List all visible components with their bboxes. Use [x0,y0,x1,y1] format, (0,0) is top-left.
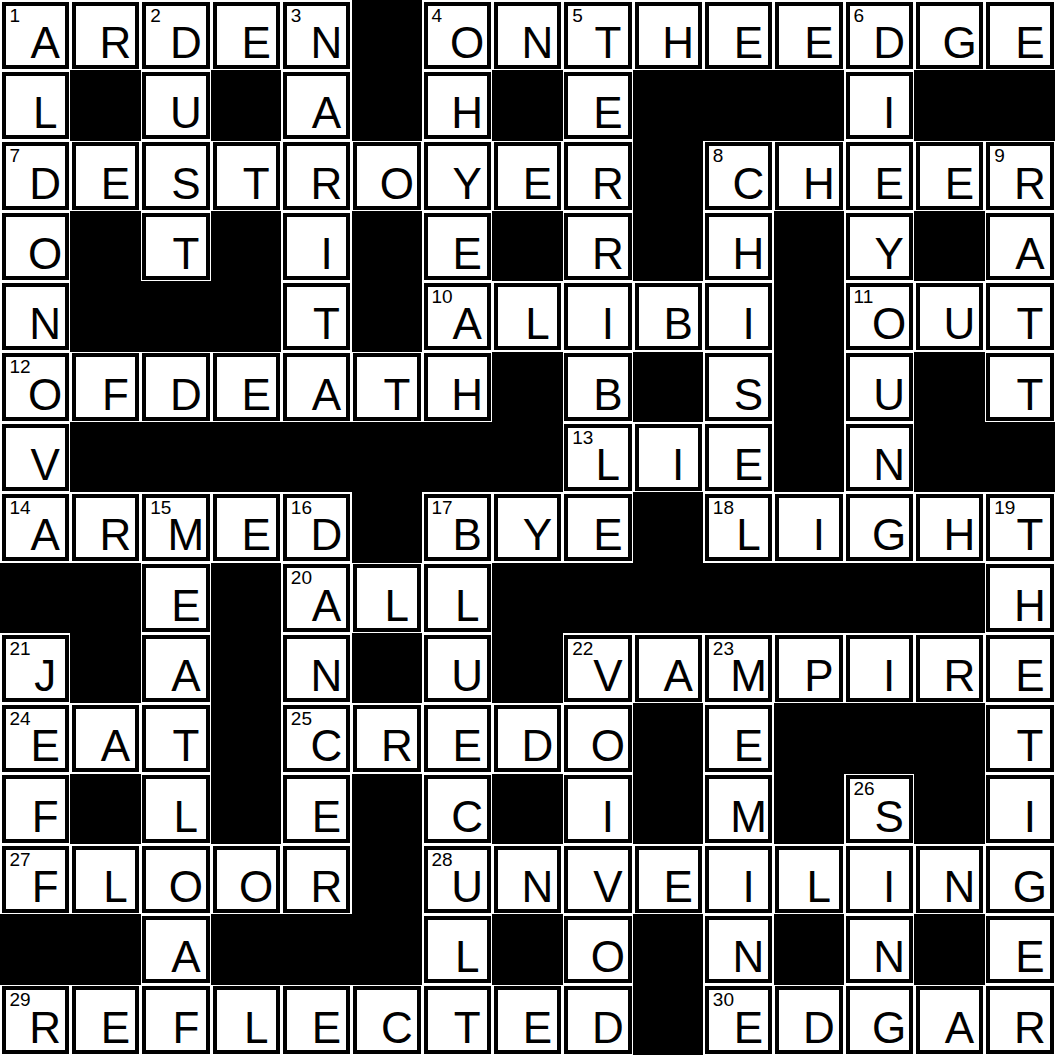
block-cell [985,422,1055,492]
cell-letter: E [990,654,1049,698]
block-cell [774,774,844,844]
cell-letter: O [850,302,909,346]
cell-letter: O [428,21,487,65]
cell-letter: A [146,654,205,698]
letter-cell[interactable]: E [986,635,1053,702]
cell-letter: U [920,302,979,346]
letter-cell[interactable]: H [424,72,491,139]
letter-cell[interactable]: D [142,353,209,420]
letter-cell[interactable]: T [353,353,420,420]
cell-letter: N [498,865,557,909]
cell-letter: E [217,513,276,557]
letter-cell[interactable]: R [564,213,631,280]
letter-cell[interactable]: E [705,705,772,772]
letter-cell[interactable]: H [916,494,983,561]
block-cell [352,211,422,281]
letter-cell[interactable]: 1A [2,2,69,69]
letter-cell[interactable]: N [283,635,350,702]
block-cell [633,563,703,633]
letter-cell[interactable]: I [986,775,1053,842]
block-cell [914,774,984,844]
letter-cell[interactable]: 20A [283,564,350,631]
cell-letter: T [217,162,276,206]
letter-cell[interactable]: E [494,986,561,1053]
block-cell [492,211,562,281]
block-cell [844,703,914,773]
letter-cell[interactable]: 27F [2,846,69,913]
block-cell [492,774,562,844]
cell-letter: B [568,373,627,417]
cell-letter: I [990,795,1049,839]
letter-cell[interactable]: E [986,2,1053,69]
block-cell [141,281,211,351]
letter-cell[interactable]: L [424,564,491,631]
letter-cell[interactable]: R [916,635,983,702]
letter-cell[interactable]: E [705,424,772,491]
letter-cell[interactable]: D [775,986,842,1053]
cell-letter: R [990,162,1049,206]
letter-cell[interactable]: E [213,2,280,69]
letter-cell[interactable]: O [142,846,209,913]
letter-cell[interactable]: E [424,213,491,280]
letter-cell[interactable]: E [72,142,139,209]
cell-letter: A [428,302,487,346]
letter-cell[interactable]: F [72,353,139,420]
letter-cell[interactable]: 23M [705,635,772,702]
letter-cell[interactable]: S [142,142,209,209]
letter-cell[interactable]: S [705,353,772,420]
cell-letter: E [709,443,768,487]
letter-cell[interactable]: O [353,142,420,209]
letter-cell[interactable]: O [2,213,69,280]
letter-cell[interactable]: 26S [846,775,913,842]
cell-letter: L [6,91,65,135]
cell-letter: E [850,162,909,206]
letter-cell[interactable]: E [213,494,280,561]
letter-cell[interactable]: R [283,142,350,209]
letter-cell[interactable]: G [846,494,913,561]
cell-letter: A [76,724,135,768]
letter-cell[interactable]: L [72,846,139,913]
cell-letter: H [920,513,979,557]
cell-letter: A [990,232,1049,276]
letter-cell[interactable]: E [72,986,139,1053]
letter-cell[interactable]: P [775,635,842,702]
cell-letter: O [6,373,65,417]
cell-letter: T [990,373,1049,417]
letter-cell[interactable]: 29R [2,986,69,1053]
letter-cell[interactable]: 18L [705,494,772,561]
cell-letter: N [287,21,346,65]
letter-cell[interactable]: U [142,72,209,139]
cell-letter: G [850,1006,909,1050]
letter-cell[interactable]: L [142,775,209,842]
letter-cell[interactable]: 17B [424,494,491,561]
letter-cell[interactable]: 22V [564,635,631,702]
block-cell [70,211,140,281]
block-cell [633,492,703,562]
letter-cell[interactable]: O [564,705,631,772]
letter-cell[interactable]: Y [494,494,561,561]
cell-letter: V [568,865,627,909]
cell-letter: A [920,1006,979,1050]
letter-cell[interactable]: V [2,424,69,491]
block-cell [211,633,281,703]
cell-letter: I [850,91,909,135]
letter-cell[interactable]: I [283,213,350,280]
cell-letter: N [920,865,979,909]
cell-letter: E [146,584,205,628]
cell-letter: F [6,865,65,909]
block-cell [492,914,562,984]
cell-letter: R [568,162,627,206]
letter-cell[interactable]: E [283,986,350,1053]
letter-cell[interactable]: L [424,916,491,983]
letter-cell[interactable]: E [424,705,491,772]
letter-cell[interactable]: E [564,72,631,139]
cell-letter: J [6,654,65,698]
block-cell [492,422,562,492]
cell-letter: N [709,935,768,979]
letter-cell[interactable]: A [283,353,350,420]
letter-cell[interactable]: M [705,775,772,842]
cell-letter: L [498,302,557,346]
letter-cell[interactable]: E [283,775,350,842]
block-cell [914,211,984,281]
cell-letter: I [568,302,627,346]
block-cell [492,352,562,422]
letter-cell[interactable]: R [72,2,139,69]
cell-letter: I [850,654,909,698]
cell-letter: E [568,513,627,557]
letter-cell[interactable]: H [986,564,1053,631]
letter-cell[interactable]: I [705,846,772,913]
cell-letter: S [146,162,205,206]
cell-letter: E [779,21,838,65]
letter-cell[interactable]: 8C [705,142,772,209]
cell-letter: E [990,21,1049,65]
cell-letter: L [146,795,205,839]
letter-cell[interactable]: 28U [424,846,491,913]
letter-cell[interactable]: T [142,705,209,772]
cell-letter: A [6,21,65,65]
cell-letter: T [357,373,416,417]
letter-cell[interactable]: 6D [846,2,913,69]
block-cell [914,914,984,984]
letter-cell[interactable]: N [846,424,913,491]
letter-cell[interactable]: 19T [986,494,1053,561]
letter-cell[interactable]: E [213,353,280,420]
letter-cell[interactable]: A [142,916,209,983]
cell-letter: L [217,1006,276,1050]
letter-cell[interactable]: 30E [705,986,772,1053]
block-cell [563,563,633,633]
block-cell [352,492,422,562]
letter-cell[interactable]: T [986,353,1053,420]
letter-cell[interactable]: G [986,846,1053,913]
letter-cell[interactable]: C [353,986,420,1053]
block-cell [0,563,70,633]
block-cell [352,914,422,984]
letter-cell[interactable]: B [635,283,702,350]
cell-letter: N [287,654,346,698]
letter-cell[interactable]: 7D [2,142,69,209]
letter-cell[interactable]: 5T [564,2,631,69]
letter-cell[interactable]: 21J [2,635,69,702]
cell-letter: N [6,302,65,346]
letter-cell[interactable]: 4O [424,2,491,69]
block-cell [633,211,703,281]
letter-cell[interactable]: U [424,635,491,702]
letter-cell[interactable]: R [72,494,139,561]
letter-cell[interactable]: L [775,846,842,913]
cell-letter: M [709,795,768,839]
block-cell [422,422,492,492]
letter-cell[interactable]: H [635,2,702,69]
cell-letter: E [920,162,979,206]
letter-cell[interactable]: L [213,986,280,1053]
letter-cell[interactable]: 12O [2,353,69,420]
cell-letter: L [779,865,838,909]
letter-cell[interactable]: N [2,283,69,350]
block-cell [774,422,844,492]
cell-letter: R [76,513,135,557]
letter-cell[interactable]: T [986,283,1053,350]
letter-cell[interactable]: R [283,846,350,913]
letter-cell[interactable]: 14A [2,494,69,561]
cell-letter: N [850,935,909,979]
letter-cell[interactable]: A [72,705,139,772]
block-cell [352,844,422,914]
block-cell [633,914,703,984]
letter-cell[interactable]: D [564,986,631,1053]
letter-cell[interactable]: 2D [142,2,209,69]
letter-cell[interactable]: 3N [283,2,350,69]
block-cell [211,70,281,140]
letter-cell[interactable]: 15M [142,494,209,561]
letter-cell[interactable]: Y [424,142,491,209]
letter-cell[interactable]: E [564,494,631,561]
cell-letter: U [428,865,487,909]
cell-letter: A [6,513,65,557]
cell-letter: O [217,865,276,909]
letter-cell[interactable]: I [775,494,842,561]
cell-letter: T [428,1006,487,1050]
letter-cell[interactable]: G [916,2,983,69]
letter-cell[interactable]: I [846,635,913,702]
block-cell [211,774,281,844]
cell-letter: A [146,935,205,979]
cell-letter: D [146,373,205,417]
letter-cell[interactable]: 24E [2,705,69,772]
letter-cell[interactable]: I [705,283,772,350]
letter-cell[interactable]: B [564,353,631,420]
block-cell [844,563,914,633]
block-cell [352,422,422,492]
block-cell [774,70,844,140]
cell-letter: R [76,21,135,65]
cell-letter: O [146,865,205,909]
cell-letter: E [428,724,487,768]
block-cell [70,633,140,703]
cell-letter: D [850,21,909,65]
cell-letter: U [850,373,909,417]
cell-letter: R [568,232,627,276]
cell-letter: C [709,162,768,206]
letter-cell[interactable]: I [846,846,913,913]
block-cell [211,914,281,984]
cell-letter: I [639,443,698,487]
block-cell [211,422,281,492]
block-cell [70,422,140,492]
cell-letter: S [709,373,768,417]
letter-cell[interactable]: A [635,635,702,702]
letter-cell[interactable]: A [142,635,209,702]
cell-letter: E [76,162,135,206]
letter-cell[interactable]: U [846,353,913,420]
letter-cell[interactable]: L [494,283,561,350]
cell-letter: E [709,1006,768,1050]
letter-cell[interactable]: 9R [986,142,1053,209]
cell-letter: I [568,795,627,839]
letter-cell[interactable]: 13L [564,424,631,491]
letter-cell[interactable]: T [142,213,209,280]
cell-letter: R [990,1006,1049,1050]
cell-letter: D [287,513,346,557]
letter-cell[interactable]: I [564,283,631,350]
letter-cell[interactable]: 16D [283,494,350,561]
letter-cell[interactable]: E [775,2,842,69]
block-cell [633,352,703,422]
letter-cell[interactable]: E [986,916,1053,983]
block-cell [281,422,351,492]
cell-letter: H [990,584,1049,628]
cell-letter: V [6,443,65,487]
cell-letter: A [287,91,346,135]
letter-cell[interactable]: N [846,916,913,983]
letter-cell[interactable]: F [142,986,209,1053]
letter-cell[interactable]: R [353,705,420,772]
letter-cell[interactable]: E [846,142,913,209]
cell-letter: B [428,513,487,557]
block-cell [774,352,844,422]
letter-cell[interactable]: A [986,213,1053,280]
cell-letter: R [920,654,979,698]
cell-letter: L [76,865,135,909]
cell-letter: C [287,724,346,768]
block-cell [914,70,984,140]
cell-letter: N [850,443,909,487]
cell-letter: H [639,21,698,65]
cell-letter: O [568,935,627,979]
letter-cell[interactable]: L [353,564,420,631]
block-cell [914,703,984,773]
letter-cell[interactable]: R [986,986,1053,1053]
letter-cell[interactable]: N [494,2,561,69]
cell-letter: D [6,162,65,206]
letter-cell[interactable]: H [424,353,491,420]
block-cell [703,563,773,633]
letter-cell[interactable]: N [494,846,561,913]
block-cell [0,914,70,984]
block-cell [633,774,703,844]
letter-cell[interactable]: N [916,846,983,913]
cell-letter: L [428,935,487,979]
letter-cell[interactable]: R [564,142,631,209]
cell-letter: C [428,795,487,839]
cell-letter: Y [428,162,487,206]
block-cell [492,563,562,633]
letter-cell[interactable]: E [635,846,702,913]
block-cell [774,914,844,984]
letter-cell[interactable]: F [2,775,69,842]
block-cell [352,0,422,70]
letter-cell[interactable]: I [846,72,913,139]
letter-cell[interactable]: A [283,72,350,139]
block-cell [633,703,703,773]
letter-cell[interactable]: O [213,846,280,913]
letter-cell[interactable]: T [283,283,350,350]
block-cell [141,422,211,492]
letter-cell[interactable]: N [705,916,772,983]
cell-letter: I [287,232,346,276]
letter-cell[interactable]: V [564,846,631,913]
block-cell [492,633,562,703]
letter-cell[interactable]: U [916,283,983,350]
block-cell [703,70,773,140]
block-cell [914,422,984,492]
block-cell [281,914,351,984]
letter-cell[interactable]: I [564,775,631,842]
letter-cell[interactable]: I [635,424,702,491]
letter-cell[interactable]: C [424,775,491,842]
letter-cell[interactable]: E [705,2,772,69]
cell-letter: E [498,162,557,206]
block-cell [352,281,422,351]
letter-cell[interactable]: L [2,72,69,139]
cell-letter: G [920,21,979,65]
letter-cell[interactable]: D [494,705,561,772]
cell-letter: R [6,1006,65,1050]
letter-cell[interactable]: T [213,142,280,209]
block-cell [211,211,281,281]
crossword-grid: 1AR2DE3N4ON5THEE6DGELUAHEI7DESTROYER8CHE… [0,0,1055,1055]
letter-cell[interactable]: O [564,916,631,983]
block-cell [633,985,703,1055]
letter-cell[interactable]: T [986,705,1053,772]
cell-letter: E [76,1006,135,1050]
letter-cell[interactable]: 10A [424,283,491,350]
cell-letter: I [709,865,768,909]
letter-cell[interactable]: T [424,986,491,1053]
cell-letter: C [357,1006,416,1050]
letter-cell[interactable]: E [142,564,209,631]
block-cell [211,703,281,773]
letter-cell[interactable]: 25C [283,705,350,772]
letter-cell[interactable]: A [916,986,983,1053]
letter-cell[interactable]: G [846,986,913,1053]
cell-letter: M [146,513,205,557]
letter-cell[interactable]: E [916,142,983,209]
letter-cell[interactable]: E [494,142,561,209]
block-cell [914,563,984,633]
letter-cell[interactable]: H [705,213,772,280]
block-cell [211,281,281,351]
cell-letter: L [428,584,487,628]
letter-cell[interactable]: Y [846,213,913,280]
letter-cell[interactable]: H [775,142,842,209]
letter-cell[interactable]: 11O [846,283,913,350]
